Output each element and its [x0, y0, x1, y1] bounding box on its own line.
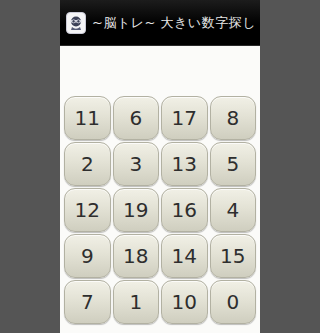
number-button[interactable]: 8	[210, 96, 257, 140]
number-button[interactable]: 12	[64, 188, 111, 232]
number-grid: 116178231351219164918141571100	[64, 96, 256, 324]
number-button[interactable]: 0	[210, 280, 257, 324]
app-screen: ~脳トレ~ 大きい数字探し 11617823135121916491814157…	[60, 0, 260, 333]
number-button[interactable]: 2	[64, 142, 111, 186]
number-button[interactable]: 4	[210, 188, 257, 232]
number-button[interactable]: 1	[113, 280, 160, 324]
number-button[interactable]: 5	[210, 142, 257, 186]
title-bar: ~脳トレ~ 大きい数字探し	[60, 0, 260, 46]
app-title: ~脳トレ~ 大きい数字探し	[92, 16, 256, 29]
number-button[interactable]: 7	[64, 280, 111, 324]
number-button[interactable]: 15	[210, 234, 257, 278]
number-button[interactable]: 18	[113, 234, 160, 278]
number-button[interactable]: 10	[161, 280, 208, 324]
number-button[interactable]: 3	[113, 142, 160, 186]
number-button[interactable]: 19	[113, 188, 160, 232]
number-button[interactable]: 17	[161, 96, 208, 140]
mascot-face-icon	[69, 15, 83, 31]
number-button[interactable]: 6	[113, 96, 160, 140]
number-button[interactable]: 13	[161, 142, 208, 186]
number-button[interactable]: 14	[161, 234, 208, 278]
number-button[interactable]: 9	[64, 234, 111, 278]
app-launcher-icon	[66, 12, 86, 34]
number-button[interactable]: 16	[161, 188, 208, 232]
number-button[interactable]: 11	[64, 96, 111, 140]
